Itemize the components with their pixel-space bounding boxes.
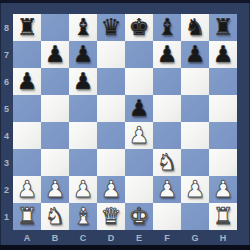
square-e3[interactable] [125,149,153,176]
file-label-c: C [69,231,97,245]
square-e5[interactable]: ♟ [125,95,153,122]
rank-label-5: 5 [0,95,13,122]
square-f5[interactable] [153,95,181,122]
square-d6[interactable] [97,68,125,95]
square-h2[interactable]: ♟ [209,176,237,203]
square-c7[interactable]: ♟ [69,41,97,68]
square-h4[interactable] [209,122,237,149]
chess-board-frame: 87654321 ♜♝♛♚♝♞♜♟♟♟♟♟♟♟♟♟♞♟♟♟♟♟♟♟♜♞♝♛♚♜ … [0,0,250,250]
file-label-a: A [13,231,41,245]
square-g7[interactable]: ♟ [181,41,209,68]
square-d8[interactable]: ♛ [97,14,125,41]
square-c6[interactable]: ♟ [69,68,97,95]
square-b1[interactable]: ♞ [41,203,69,230]
file-label-b: B [41,231,69,245]
board-top-edge [0,0,250,3]
square-c4[interactable] [69,122,97,149]
square-g3[interactable] [181,149,209,176]
black-bishop[interactable]: ♝ [73,14,94,41]
square-g1[interactable] [181,203,209,230]
square-g6[interactable] [181,68,209,95]
black-pawn[interactable]: ♟ [213,41,234,68]
black-pawn[interactable]: ♟ [129,95,150,122]
file-labels: ABCDEFGH [13,231,237,245]
white-pawn[interactable]: ♟ [101,176,122,203]
black-queen[interactable]: ♛ [101,14,122,41]
square-a1[interactable]: ♜ [13,203,41,230]
square-a5[interactable] [13,95,41,122]
rank-label-4: 4 [0,122,13,149]
chess-board[interactable]: ♜♝♛♚♝♞♜♟♟♟♟♟♟♟♟♟♞♟♟♟♟♟♟♟♜♞♝♛♚♜ [13,14,237,230]
white-pawn[interactable]: ♟ [17,176,38,203]
square-e8[interactable]: ♚ [125,14,153,41]
white-knight[interactable]: ♞ [45,203,66,230]
square-g4[interactable] [181,122,209,149]
black-bishop[interactable]: ♝ [157,14,178,41]
square-d1[interactable]: ♛ [97,203,125,230]
file-label-f: F [153,231,181,245]
square-d5[interactable] [97,95,125,122]
rank-label-1: 1 [0,203,13,230]
white-pawn[interactable]: ♟ [157,176,178,203]
square-d7[interactable] [97,41,125,68]
black-rook[interactable]: ♜ [213,14,234,41]
white-queen[interactable]: ♛ [101,203,122,230]
square-a2[interactable]: ♟ [13,176,41,203]
black-rook[interactable]: ♜ [17,14,38,41]
white-rook[interactable]: ♜ [213,203,234,230]
square-c5[interactable] [69,95,97,122]
square-a7[interactable] [13,41,41,68]
square-h6[interactable] [209,68,237,95]
black-pawn[interactable]: ♟ [17,68,38,95]
square-b5[interactable] [41,95,69,122]
square-f2[interactable]: ♟ [153,176,181,203]
white-pawn[interactable]: ♟ [129,122,150,149]
white-king[interactable]: ♚ [129,203,150,230]
square-a4[interactable] [13,122,41,149]
square-e1[interactable]: ♚ [125,203,153,230]
square-f3[interactable]: ♞ [153,149,181,176]
square-b2[interactable]: ♟ [41,176,69,203]
rank-label-8: 8 [0,14,13,41]
square-f4[interactable] [153,122,181,149]
square-d2[interactable]: ♟ [97,176,125,203]
white-rook[interactable]: ♜ [17,203,38,230]
file-label-d: D [97,231,125,245]
square-c8[interactable]: ♝ [69,14,97,41]
square-b8[interactable] [41,14,69,41]
white-pawn[interactable]: ♟ [45,176,66,203]
square-f7[interactable]: ♟ [153,41,181,68]
square-g8[interactable]: ♞ [181,14,209,41]
square-g2[interactable]: ♟ [181,176,209,203]
square-e6[interactable] [125,68,153,95]
square-d4[interactable] [97,122,125,149]
square-b6[interactable] [41,68,69,95]
square-c3[interactable] [69,149,97,176]
rank-labels: 87654321 [0,14,13,230]
file-label-g: G [181,231,209,245]
square-e7[interactable] [125,41,153,68]
white-pawn[interactable]: ♟ [213,176,234,203]
black-knight[interactable]: ♞ [185,14,206,41]
square-e4[interactable]: ♟ [125,122,153,149]
square-c1[interactable]: ♝ [69,203,97,230]
white-bishop[interactable]: ♝ [73,203,94,230]
square-h7[interactable]: ♟ [209,41,237,68]
white-pawn[interactable]: ♟ [73,176,94,203]
square-c2[interactable]: ♟ [69,176,97,203]
file-label-e: E [125,231,153,245]
black-pawn[interactable]: ♟ [45,41,66,68]
board-bottom-edge [0,245,250,250]
square-b4[interactable] [41,122,69,149]
square-a8[interactable]: ♜ [13,14,41,41]
square-b7[interactable]: ♟ [41,41,69,68]
file-label-h: H [209,231,237,245]
square-e2[interactable] [125,176,153,203]
square-h1[interactable]: ♜ [209,203,237,230]
black-pawn[interactable]: ♟ [73,41,94,68]
black-pawn[interactable]: ♟ [157,41,178,68]
square-f1[interactable] [153,203,181,230]
rank-label-2: 2 [0,176,13,203]
square-d3[interactable] [97,149,125,176]
square-b3[interactable] [41,149,69,176]
black-pawn[interactable]: ♟ [73,68,94,95]
rank-label-3: 3 [0,149,13,176]
black-pawn[interactable]: ♟ [185,41,206,68]
white-pawn[interactable]: ♟ [185,176,206,203]
square-a3[interactable] [13,149,41,176]
square-h3[interactable] [209,149,237,176]
square-f8[interactable]: ♝ [153,14,181,41]
white-knight[interactable]: ♞ [157,149,178,176]
black-king[interactable]: ♚ [129,14,150,41]
square-a6[interactable]: ♟ [13,68,41,95]
square-h5[interactable] [209,95,237,122]
square-h8[interactable]: ♜ [209,14,237,41]
rank-label-7: 7 [0,41,13,68]
rank-label-6: 6 [0,68,13,95]
square-g5[interactable] [181,95,209,122]
square-f6[interactable] [153,68,181,95]
